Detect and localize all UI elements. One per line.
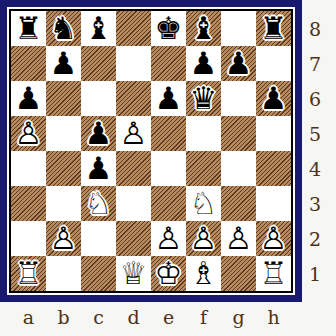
square-e8[interactable]: ♚♚ (151, 11, 186, 46)
piece-glyph: ♟ (151, 81, 186, 116)
black-bishop-piece[interactable]: ♝♝ (186, 11, 221, 46)
piece-glyph: ♟ (11, 81, 46, 116)
square-a3[interactable] (11, 186, 46, 221)
file-label-f: f (186, 301, 221, 333)
square-h6[interactable]: ♟♟ (256, 81, 291, 116)
black-bishop-piece[interactable]: ♝♝ (81, 11, 116, 46)
piece-glyph: ♗ (186, 256, 221, 291)
piece-glyph: ♙ (46, 221, 81, 256)
rank-label-3: 3 (304, 186, 326, 221)
square-d5[interactable]: ♟♙ (116, 116, 151, 151)
square-c4[interactable]: ♟♟ (81, 151, 116, 186)
square-b3[interactable] (46, 186, 81, 221)
square-a5[interactable]: ♟♙ (11, 116, 46, 151)
piece-glyph: ♜ (256, 11, 291, 46)
square-a7[interactable] (11, 46, 46, 81)
piece-glyph: ♙ (116, 116, 151, 151)
square-e1[interactable]: ♚♔ (151, 256, 186, 291)
white-pawn-piece[interactable]: ♟♙ (151, 221, 186, 256)
piece-glyph: ♖ (11, 256, 46, 291)
square-d7[interactable] (116, 46, 151, 81)
black-king-piece[interactable]: ♚♚ (151, 11, 186, 46)
black-pawn-piece[interactable]: ♟♟ (11, 81, 46, 116)
square-d2[interactable] (116, 221, 151, 256)
square-d3[interactable] (116, 186, 151, 221)
white-rook-piece[interactable]: ♜♖ (11, 256, 46, 291)
white-pawn-piece[interactable]: ♟♙ (116, 116, 151, 151)
square-e3[interactable] (151, 186, 186, 221)
rank-label-1: 1 (304, 256, 326, 291)
square-d6[interactable] (116, 81, 151, 116)
black-pawn-piece[interactable]: ♟♟ (46, 46, 81, 81)
piece-glyph: ♖ (256, 256, 291, 291)
square-b2[interactable]: ♟♙ (46, 221, 81, 256)
piece-glyph: ♟ (81, 116, 116, 151)
piece-glyph: ♚ (151, 11, 186, 46)
square-b1[interactable] (46, 256, 81, 291)
square-c2[interactable] (81, 221, 116, 256)
file-label-g: g (221, 301, 256, 333)
square-d8[interactable] (116, 11, 151, 46)
chess-board: ♜♜♞♞♝♝♚♚♝♝♜♜♟♟♟♟♟♟♟♟♟♟♛♛♟♟♟♙♟♟♟♙♟♟♞♘♞♘♟♙… (11, 11, 291, 291)
white-pawn-piece[interactable]: ♟♙ (46, 221, 81, 256)
black-pawn-piece[interactable]: ♟♟ (256, 81, 291, 116)
square-g2[interactable]: ♟♙ (221, 221, 256, 256)
square-c8[interactable]: ♝♝ (81, 11, 116, 46)
board-frame-inner: ♜♜♞♞♝♝♚♚♝♝♜♜♟♟♟♟♟♟♟♟♟♟♛♛♟♟♟♙♟♟♟♙♟♟♞♘♞♘♟♙… (7, 7, 295, 295)
square-c1[interactable] (81, 256, 116, 291)
square-c6[interactable] (81, 81, 116, 116)
piece-glyph: ♟ (81, 151, 116, 186)
white-king-piece[interactable]: ♚♔ (151, 256, 186, 291)
square-g3[interactable] (221, 186, 256, 221)
board-border: ♜♜♞♞♝♝♚♚♝♝♜♜♟♟♟♟♟♟♟♟♟♟♛♛♟♟♟♙♟♟♟♙♟♟♞♘♞♘♟♙… (9, 9, 293, 293)
piece-glyph: ♝ (81, 11, 116, 46)
square-f8[interactable]: ♝♝ (186, 11, 221, 46)
white-pawn-piece[interactable]: ♟♙ (186, 221, 221, 256)
square-c5[interactable]: ♟♟ (81, 116, 116, 151)
square-g8[interactable] (221, 11, 256, 46)
piece-glyph: ♜ (11, 11, 46, 46)
square-h3[interactable] (256, 186, 291, 221)
square-f3[interactable]: ♞♘ (186, 186, 221, 221)
square-b8[interactable]: ♞♞ (46, 11, 81, 46)
square-h2[interactable]: ♟♙ (256, 221, 291, 256)
square-g5[interactable] (221, 116, 256, 151)
black-pawn-piece[interactable]: ♟♟ (151, 81, 186, 116)
square-a4[interactable] (11, 151, 46, 186)
black-pawn-piece[interactable]: ♟♟ (221, 46, 256, 81)
file-label-a: a (11, 301, 46, 333)
white-bishop-piece[interactable]: ♝♗ (186, 256, 221, 291)
square-d1[interactable]: ♛♕ (116, 256, 151, 291)
piece-glyph: ♞ (46, 11, 81, 46)
square-g4[interactable] (221, 151, 256, 186)
white-knight-piece[interactable]: ♞♘ (186, 186, 221, 221)
square-a8[interactable]: ♜♜ (11, 11, 46, 46)
white-pawn-piece[interactable]: ♟♙ (11, 116, 46, 151)
rank-labels: 87654321 (304, 11, 326, 291)
piece-glyph: ♕ (116, 256, 151, 291)
black-rook-piece[interactable]: ♜♜ (256, 11, 291, 46)
file-label-d: d (116, 301, 151, 333)
piece-glyph: ♘ (186, 186, 221, 221)
white-rook-piece[interactable]: ♜♖ (256, 256, 291, 291)
rank-label-4: 4 (304, 151, 326, 186)
rank-label-2: 2 (304, 221, 326, 256)
square-e7[interactable] (151, 46, 186, 81)
square-b7[interactable]: ♟♟ (46, 46, 81, 81)
piece-glyph: ♙ (186, 221, 221, 256)
square-e5[interactable] (151, 116, 186, 151)
piece-glyph: ♟ (46, 46, 81, 81)
square-b6[interactable] (46, 81, 81, 116)
file-labels: abcdefgh (11, 301, 291, 333)
square-c3[interactable]: ♞♘ (81, 186, 116, 221)
piece-glyph: ♙ (256, 221, 291, 256)
piece-glyph: ♘ (81, 186, 116, 221)
white-queen-piece[interactable]: ♛♕ (116, 256, 151, 291)
square-g1[interactable] (221, 256, 256, 291)
square-a2[interactable] (11, 221, 46, 256)
square-f2[interactable]: ♟♙ (186, 221, 221, 256)
rank-label-8: 8 (304, 11, 326, 46)
square-e6[interactable]: ♟♟ (151, 81, 186, 116)
black-pawn-piece[interactable]: ♟♟ (81, 151, 116, 186)
black-rook-piece[interactable]: ♜♜ (11, 11, 46, 46)
piece-glyph: ♛ (186, 81, 221, 116)
square-c7[interactable] (81, 46, 116, 81)
piece-glyph: ♟ (186, 46, 221, 81)
square-b4[interactable] (46, 151, 81, 186)
piece-glyph: ♙ (151, 221, 186, 256)
board-frame: ♜♜♞♞♝♝♚♚♝♝♜♜♟♟♟♟♟♟♟♟♟♟♛♛♟♟♟♙♟♟♟♙♟♟♞♘♞♘♟♙… (0, 0, 302, 302)
rank-label-7: 7 (304, 46, 326, 81)
square-g7[interactable]: ♟♟ (221, 46, 256, 81)
square-e4[interactable] (151, 151, 186, 186)
white-pawn-piece[interactable]: ♟♙ (221, 221, 256, 256)
file-label-c: c (81, 301, 116, 333)
file-label-h: h (256, 301, 291, 333)
black-pawn-piece[interactable]: ♟♟ (186, 46, 221, 81)
black-knight-piece[interactable]: ♞♞ (46, 11, 81, 46)
square-h1[interactable]: ♜♖ (256, 256, 291, 291)
square-f1[interactable]: ♝♗ (186, 256, 221, 291)
black-pawn-piece[interactable]: ♟♟ (81, 116, 116, 151)
square-e2[interactable]: ♟♙ (151, 221, 186, 256)
square-b5[interactable] (46, 116, 81, 151)
piece-glyph: ♙ (11, 116, 46, 151)
piece-glyph: ♔ (151, 256, 186, 291)
chess-diagram: ♜♜♞♞♝♝♚♚♝♝♜♜♟♟♟♟♟♟♟♟♟♟♛♛♟♟♟♙♟♟♟♙♟♟♞♘♞♘♟♙… (0, 0, 336, 336)
square-h4[interactable] (256, 151, 291, 186)
square-h5[interactable] (256, 116, 291, 151)
black-queen-piece[interactable]: ♛♛ (186, 81, 221, 116)
square-f5[interactable] (186, 116, 221, 151)
piece-glyph: ♝ (186, 11, 221, 46)
square-h8[interactable]: ♜♜ (256, 11, 291, 46)
file-label-e: e (151, 301, 186, 333)
square-a6[interactable]: ♟♟ (11, 81, 46, 116)
rank-label-5: 5 (304, 116, 326, 151)
square-f4[interactable] (186, 151, 221, 186)
square-d4[interactable] (116, 151, 151, 186)
rank-label-6: 6 (304, 81, 326, 116)
file-label-b: b (46, 301, 81, 333)
square-a1[interactable]: ♜♖ (11, 256, 46, 291)
piece-glyph: ♟ (256, 81, 291, 116)
piece-glyph: ♙ (221, 221, 256, 256)
white-knight-piece[interactable]: ♞♘ (81, 186, 116, 221)
square-g6[interactable] (221, 81, 256, 116)
square-f7[interactable]: ♟♟ (186, 46, 221, 81)
square-f6[interactable]: ♛♛ (186, 81, 221, 116)
piece-glyph: ♟ (221, 46, 256, 81)
white-pawn-piece[interactable]: ♟♙ (256, 221, 291, 256)
square-h7[interactable] (256, 46, 291, 81)
